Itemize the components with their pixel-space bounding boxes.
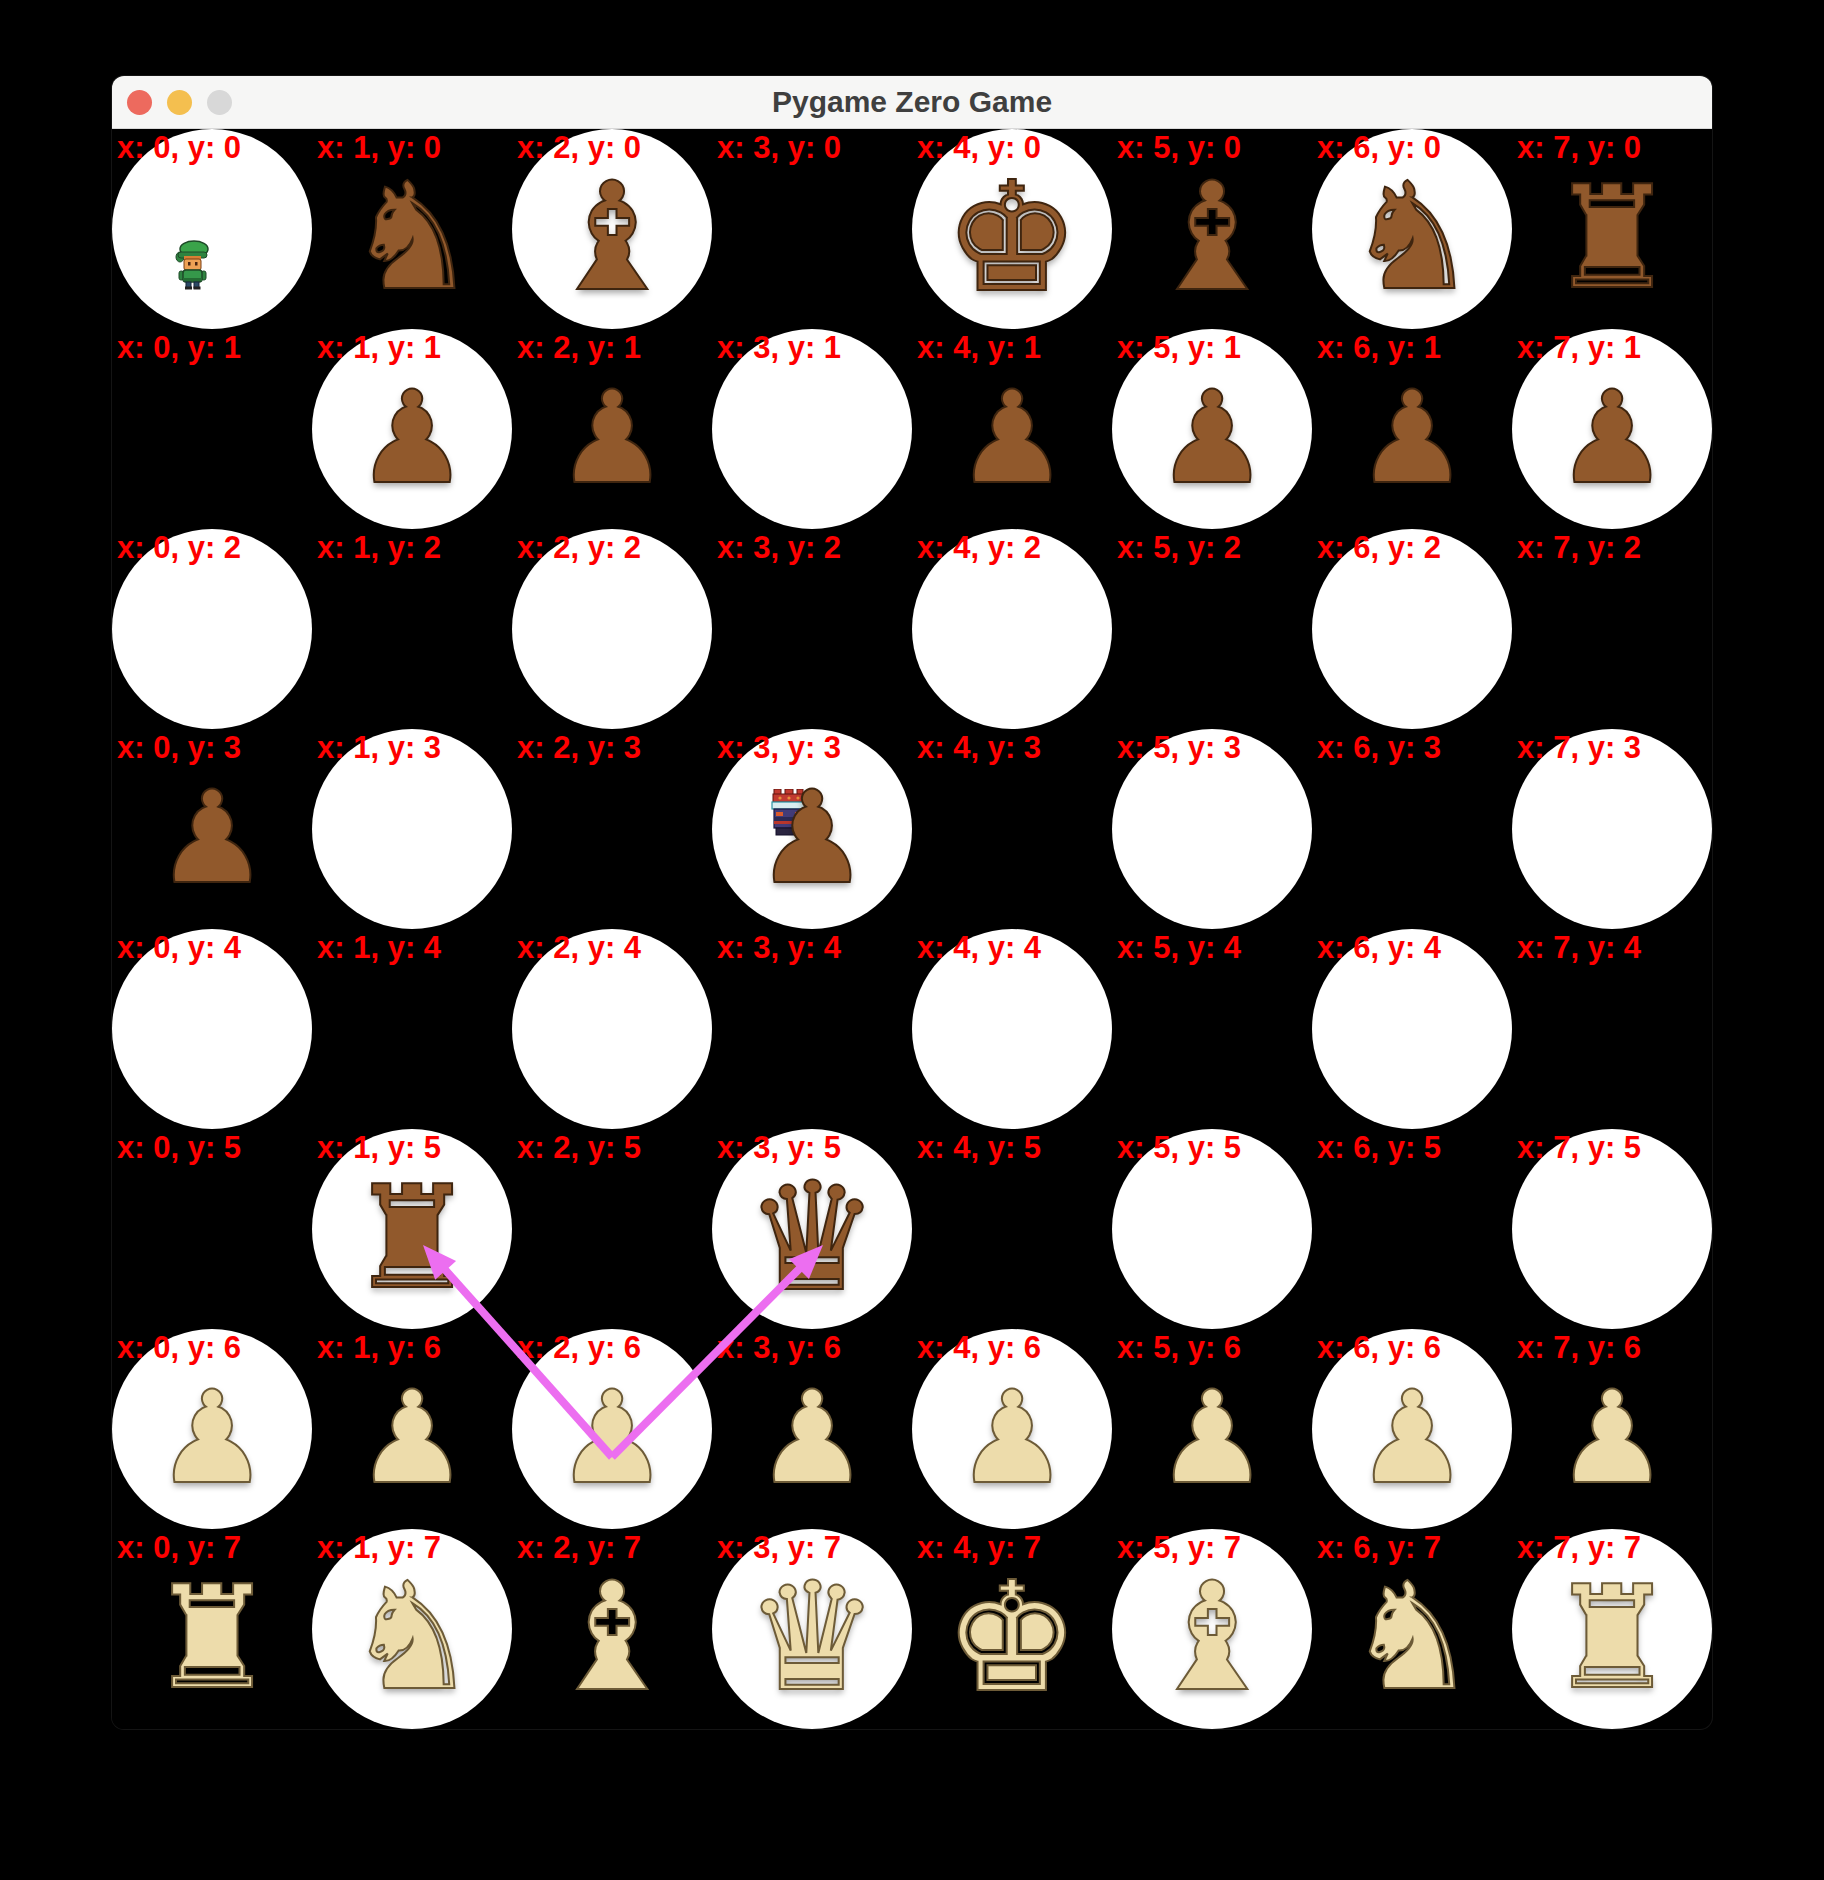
dark-bishop[interactable]: ♝	[1112, 129, 1312, 329]
board-cell-x7-y7[interactable]: x: 7, y: 7♜	[1512, 1529, 1712, 1729]
board-cell-x5-y0[interactable]: x: 5, y: 0♝	[1112, 129, 1312, 329]
dark-queen[interactable]: ♛	[712, 1129, 912, 1329]
green-adventurer-sprite[interactable]	[174, 240, 211, 290]
dark-pawn[interactable]: ♟	[912, 329, 1112, 529]
board-cell-x1-y3[interactable]: x: 1, y: 3	[312, 729, 512, 929]
cell-label: x: 7, y: 4	[1517, 930, 1641, 966]
light-king[interactable]: ♚	[912, 1529, 1112, 1729]
cell-label: x: 5, y: 4	[1117, 930, 1241, 966]
light-pawn[interactable]: ♟	[912, 1329, 1112, 1529]
light-rook[interactable]: ♜	[1512, 1529, 1712, 1729]
board-cell-x1-y2[interactable]: x: 1, y: 2	[312, 529, 512, 729]
board-cell-x1-y7[interactable]: x: 1, y: 7♞	[312, 1529, 512, 1729]
board-cell-x5-y4[interactable]: x: 5, y: 4	[1112, 929, 1312, 1129]
board-cell-x1-y1[interactable]: x: 1, y: 1♟	[312, 329, 512, 529]
board-cell-x3-y6[interactable]: x: 3, y: 6♟	[712, 1329, 912, 1529]
board-cell-x4-y0[interactable]: x: 4, y: 0♚	[912, 129, 1112, 329]
board-cell-x0-y7[interactable]: x: 0, y: 7♜	[112, 1529, 312, 1729]
board-cell-x0-y4[interactable]: x: 0, y: 4	[112, 929, 312, 1129]
cell-label: x: 2, y: 4	[517, 930, 641, 966]
board-cell-x6-y1[interactable]: x: 6, y: 1♟	[1312, 329, 1512, 529]
board-cell-x3-y1[interactable]: x: 3, y: 1	[712, 329, 912, 529]
board-cell-x5-y3[interactable]: x: 5, y: 3	[1112, 729, 1312, 929]
board-cell-x4-y4[interactable]: x: 4, y: 4	[912, 929, 1112, 1129]
cell-label: x: 6, y: 2	[1317, 530, 1441, 566]
board-cell-x6-y6[interactable]: x: 6, y: 6♟	[1312, 1329, 1512, 1529]
light-pawn[interactable]: ♟	[112, 1329, 312, 1529]
board-cell-x6-y7[interactable]: x: 6, y: 7♞	[1312, 1529, 1512, 1729]
cell-label: x: 5, y: 3	[1117, 730, 1241, 766]
board-cell-x2-y5[interactable]: x: 2, y: 5	[512, 1129, 712, 1329]
dark-rook[interactable]: ♜	[1512, 129, 1712, 329]
board-cell-x2-y4[interactable]: x: 2, y: 4	[512, 929, 712, 1129]
board-cell-x3-y7[interactable]: x: 3, y: 7♛	[712, 1529, 912, 1729]
light-queen[interactable]: ♛	[712, 1529, 912, 1729]
board-cell-x5-y7[interactable]: x: 5, y: 7♝	[1112, 1529, 1312, 1729]
board-cell-x1-y5[interactable]: x: 1, y: 5♜	[312, 1129, 512, 1329]
chess-board: x: 0, y: 0 x: 1, y: 0♞x: 2, y: 0♝x: 3, y…	[112, 129, 1712, 1729]
board-cell-x5-y2[interactable]: x: 5, y: 2	[1112, 529, 1312, 729]
dark-bishop[interactable]: ♝	[512, 129, 712, 329]
board-cell-x4-y1[interactable]: x: 4, y: 1♟	[912, 329, 1112, 529]
cell-label: x: 5, y: 5	[1117, 1130, 1241, 1166]
cell-label: x: 3, y: 1	[717, 330, 841, 366]
light-knight[interactable]: ♞	[1312, 1529, 1512, 1729]
dark-pawn[interactable]: ♟	[112, 729, 312, 929]
board-cell-x7-y3[interactable]: x: 7, y: 3	[1512, 729, 1712, 929]
cell-label: x: 3, y: 2	[717, 530, 841, 566]
window-title: Pygame Zero Game	[112, 76, 1712, 128]
cell-label: x: 0, y: 5	[117, 1130, 241, 1166]
board-cell-x7-y6[interactable]: x: 7, y: 6♟	[1512, 1329, 1712, 1529]
pygame-window: Pygame Zero Game x: 0, y: 0 x: 1, y: 0♞x…	[112, 76, 1712, 1729]
board-cell-x2-y7[interactable]: x: 2, y: 7♝	[512, 1529, 712, 1729]
board-cell-x0-y6[interactable]: x: 0, y: 6♟	[112, 1329, 312, 1529]
light-bishop[interactable]: ♝	[512, 1529, 712, 1729]
light-bishop[interactable]: ♝	[1112, 1529, 1312, 1729]
cell-label: x: 7, y: 5	[1517, 1130, 1641, 1166]
board-cell-x3-y0[interactable]: x: 3, y: 0	[712, 129, 912, 329]
cell-label: x: 4, y: 5	[917, 1130, 1041, 1166]
board-cell-x7-y0[interactable]: x: 7, y: 0♜	[1512, 129, 1712, 329]
cell-label: x: 4, y: 3	[917, 730, 1041, 766]
light-pawn[interactable]: ♟	[512, 1329, 712, 1529]
board-cell-x1-y0[interactable]: x: 1, y: 0♞	[312, 129, 512, 329]
cell-label: x: 6, y: 5	[1317, 1130, 1441, 1166]
light-pawn[interactable]: ♟	[312, 1329, 512, 1529]
light-rook[interactable]: ♜	[112, 1529, 312, 1729]
cell-label: x: 0, y: 2	[117, 530, 241, 566]
light-knight[interactable]: ♞	[312, 1529, 512, 1729]
board-cell-x6-y5[interactable]: x: 6, y: 5	[1312, 1129, 1512, 1329]
board-cell-x7-y1[interactable]: x: 7, y: 1♟	[1512, 329, 1712, 529]
board-cell-x6-y2[interactable]: x: 6, y: 2	[1312, 529, 1512, 729]
board-cell-x2-y3[interactable]: x: 2, y: 3	[512, 729, 712, 929]
board-cell-x2-y0[interactable]: x: 2, y: 0♝	[512, 129, 712, 329]
dark-pawn[interactable]: ♟	[1512, 329, 1712, 529]
board-cell-x3-y5[interactable]: x: 3, y: 5♛	[712, 1129, 912, 1329]
cell-label: x: 4, y: 4	[917, 930, 1041, 966]
cell-label: x: 3, y: 0	[717, 130, 841, 166]
light-pawn[interactable]: ♟	[712, 1329, 912, 1529]
dark-knight[interactable]: ♞	[1312, 129, 1512, 329]
cell-label: x: 3, y: 4	[717, 930, 841, 966]
board-cell-x3-y2[interactable]: x: 3, y: 2	[712, 529, 912, 729]
title-bar: Pygame Zero Game	[112, 76, 1712, 129]
board-cell-x7-y2[interactable]: x: 7, y: 2	[1512, 529, 1712, 729]
board-cell-x4-y6[interactable]: x: 4, y: 6♟	[912, 1329, 1112, 1529]
cell-label: x: 2, y: 3	[517, 730, 641, 766]
board-cell-x4-y7[interactable]: x: 4, y: 7♚	[912, 1529, 1112, 1729]
light-pawn[interactable]: ♟	[1512, 1329, 1712, 1529]
dark-knight[interactable]: ♞	[312, 129, 512, 329]
cell-label: x: 1, y: 3	[317, 730, 441, 766]
board-cell-x3-y3[interactable]: x: 3, y: 3♟	[712, 729, 912, 929]
board-cell-x2-y6[interactable]: x: 2, y: 6♟	[512, 1329, 712, 1529]
dark-pawn[interactable]: ♟	[1312, 329, 1512, 529]
board-cell-x2-y2[interactable]: x: 2, y: 2	[512, 529, 712, 729]
dark-pawn[interactable]: ♟	[312, 329, 512, 529]
board-cell-x0-y5[interactable]: x: 0, y: 5	[112, 1129, 312, 1329]
board-cell-x0-y1[interactable]: x: 0, y: 1	[112, 329, 312, 529]
board-cell-x5-y5[interactable]: x: 5, y: 5	[1112, 1129, 1312, 1329]
board-cell-x5-y6[interactable]: x: 5, y: 6♟	[1112, 1329, 1312, 1529]
dark-pawn[interactable]: ♟	[1112, 329, 1312, 529]
cell-label: x: 4, y: 2	[917, 530, 1041, 566]
board-cell-x6-y3[interactable]: x: 6, y: 3	[1312, 729, 1512, 929]
cell-label: x: 7, y: 2	[1517, 530, 1641, 566]
cell-label: x: 1, y: 4	[317, 930, 441, 966]
cell-label: x: 1, y: 2	[317, 530, 441, 566]
cell-label: x: 5, y: 2	[1117, 530, 1241, 566]
cell-label: x: 6, y: 4	[1317, 930, 1441, 966]
board-cell-x0-y0[interactable]: x: 0, y: 0	[112, 129, 312, 329]
board-cell-x4-y3[interactable]: x: 4, y: 3	[912, 729, 1112, 929]
cell-label: x: 2, y: 5	[517, 1130, 641, 1166]
board-cell-x7-y5[interactable]: x: 7, y: 5	[1512, 1129, 1712, 1329]
dark-king[interactable]: ♚	[912, 129, 1112, 329]
cell-label: x: 7, y: 3	[1517, 730, 1641, 766]
board-cell-x0-y2[interactable]: x: 0, y: 2	[112, 529, 312, 729]
board-cell-x4-y5[interactable]: x: 4, y: 5	[912, 1129, 1112, 1329]
dark-pawn[interactable]: ♟	[512, 329, 712, 529]
board-cell-x7-y4[interactable]: x: 7, y: 4	[1512, 929, 1712, 1129]
board-cell-x4-y2[interactable]: x: 4, y: 2	[912, 529, 1112, 729]
board-cell-x3-y4[interactable]: x: 3, y: 4	[712, 929, 912, 1129]
light-pawn[interactable]: ♟	[1312, 1329, 1512, 1529]
cell-label: x: 6, y: 3	[1317, 730, 1441, 766]
board-cell-x1-y6[interactable]: x: 1, y: 6♟	[312, 1329, 512, 1529]
dark-rook[interactable]: ♜	[312, 1129, 512, 1329]
cell-label: x: 0, y: 4	[117, 930, 241, 966]
cell-label: x: 2, y: 2	[517, 530, 641, 566]
board-cell-x0-y3[interactable]: x: 0, y: 3♟	[112, 729, 312, 929]
light-pawn[interactable]: ♟	[1112, 1329, 1312, 1529]
cell-label: x: 0, y: 0	[117, 130, 241, 166]
board-cell-x6-y4[interactable]: x: 6, y: 4	[1312, 929, 1512, 1129]
cell-label: x: 0, y: 1	[117, 330, 241, 366]
board-cell-x1-y4[interactable]: x: 1, y: 4	[312, 929, 512, 1129]
board-cell-x6-y0[interactable]: x: 6, y: 0♞	[1312, 129, 1512, 329]
board-cell-x5-y1[interactable]: x: 5, y: 1♟	[1112, 329, 1312, 529]
dark-pawn[interactable]: ♟	[712, 729, 912, 929]
board-cell-x2-y1[interactable]: x: 2, y: 1♟	[512, 329, 712, 529]
